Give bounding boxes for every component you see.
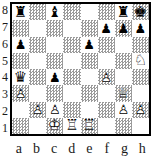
square-c4[interactable]: ♟ [46, 69, 63, 85]
rank-label-2: 2 [0, 103, 10, 120]
white-pawn[interactable]: ♟♙ [98, 69, 115, 85]
square-h8[interactable]: ♚ [132, 4, 149, 20]
square-g6[interactable] [115, 37, 132, 53]
black-pawn[interactable]: ♟ [46, 69, 63, 85]
white-pawn[interactable]: ♟♙ [12, 85, 29, 101]
square-h5[interactable]: ♞♘ [132, 53, 149, 69]
chess-diagram: 87654321 ♜♝♜♚♟♟♟♟♟♞♘♛♟♟♙♟♙♛♕♟♙♟♙♟♙♟♙♚♔♜♖… [0, 0, 154, 162]
square-b2[interactable]: ♟♙ [29, 102, 46, 118]
rank-label-1: 1 [0, 119, 10, 136]
black-pawn[interactable]: ♟ [115, 20, 132, 36]
file-label-d: d [63, 137, 81, 160]
square-h6[interactable] [132, 37, 149, 53]
rank-label-5: 5 [0, 52, 10, 69]
square-b7[interactable] [29, 20, 46, 36]
black-rook[interactable]: ♜ [12, 4, 29, 20]
square-d2[interactable] [63, 102, 80, 118]
file-label-b: b [28, 137, 46, 160]
square-b6[interactable] [29, 37, 46, 53]
black-queen[interactable]: ♛ [12, 69, 29, 85]
square-e3[interactable] [81, 85, 98, 101]
square-f3[interactable] [98, 85, 115, 101]
square-h3[interactable] [132, 85, 149, 101]
square-g8[interactable]: ♜ [115, 4, 132, 20]
white-rook[interactable]: ♜♖ [63, 118, 80, 134]
square-a5[interactable] [12, 53, 29, 69]
black-king[interactable]: ♚ [132, 4, 149, 20]
square-e2[interactable] [81, 102, 98, 118]
square-c5[interactable] [46, 53, 63, 69]
white-rook[interactable]: ♜♖ [81, 118, 98, 134]
square-e7[interactable] [81, 20, 98, 36]
square-c6[interactable] [46, 37, 63, 53]
file-label-g: g [116, 137, 134, 160]
square-d1[interactable]: ♜♖ [63, 118, 80, 134]
square-f5[interactable] [98, 53, 115, 69]
black-pawn[interactable]: ♟ [12, 37, 29, 53]
square-c7[interactable] [46, 20, 63, 36]
square-g1[interactable] [115, 118, 132, 134]
square-d7[interactable] [63, 20, 80, 36]
square-a4[interactable]: ♛ [12, 69, 29, 85]
square-a6[interactable]: ♟ [12, 37, 29, 53]
square-g7[interactable]: ♟ [115, 20, 132, 36]
square-e1[interactable]: ♜♖ [81, 118, 98, 134]
white-king[interactable]: ♚♔ [46, 118, 63, 134]
square-b5[interactable] [29, 53, 46, 69]
black-pawn[interactable]: ♟ [81, 37, 98, 53]
black-bishop[interactable]: ♝ [46, 4, 63, 20]
square-f2[interactable] [98, 102, 115, 118]
rank-label-8: 8 [0, 2, 10, 19]
rank-labels: 87654321 [0, 2, 10, 136]
square-c1[interactable]: ♚♔ [46, 118, 63, 134]
square-a2[interactable] [12, 102, 29, 118]
square-b8[interactable] [29, 4, 46, 20]
file-label-c: c [45, 137, 63, 160]
square-c8[interactable]: ♝ [46, 4, 63, 20]
square-f1[interactable] [98, 118, 115, 134]
rank-label-6: 6 [0, 36, 10, 53]
file-label-f: f [98, 137, 116, 160]
square-e4[interactable] [81, 69, 98, 85]
square-a7[interactable] [12, 20, 29, 36]
square-h7[interactable]: ♟ [132, 20, 149, 36]
square-e5[interactable] [81, 53, 98, 69]
square-c2[interactable]: ♟♙ [46, 102, 63, 118]
white-pawn[interactable]: ♟♙ [132, 102, 149, 118]
rank-label-3: 3 [0, 86, 10, 103]
square-a8[interactable]: ♜ [12, 4, 29, 20]
square-e6[interactable]: ♟ [81, 37, 98, 53]
square-d4[interactable] [63, 69, 80, 85]
square-a3[interactable]: ♟♙ [12, 85, 29, 101]
square-h2[interactable]: ♟♙ [132, 102, 149, 118]
file-label-h: h [133, 137, 151, 160]
square-f6[interactable] [98, 37, 115, 53]
square-a1[interactable] [12, 118, 29, 134]
white-pawn[interactable]: ♟♙ [115, 102, 132, 118]
white-queen[interactable]: ♛♕ [115, 85, 132, 101]
square-d6[interactable] [63, 37, 80, 53]
black-pawn[interactable]: ♟ [98, 20, 115, 36]
square-h1[interactable] [132, 118, 149, 134]
square-b1[interactable] [29, 118, 46, 134]
square-g5[interactable] [115, 53, 132, 69]
square-g3[interactable]: ♛♕ [115, 85, 132, 101]
black-pawn[interactable]: ♟ [132, 20, 149, 36]
black-rook[interactable]: ♜ [115, 4, 132, 20]
file-labels: abcdefgh [10, 137, 151, 160]
square-c3[interactable] [46, 85, 63, 101]
square-g2[interactable]: ♟♙ [115, 102, 132, 118]
square-d5[interactable] [63, 53, 80, 69]
square-f7[interactable]: ♟ [98, 20, 115, 36]
square-d8[interactable] [63, 4, 80, 20]
white-pawn[interactable]: ♟♙ [29, 102, 46, 118]
square-g4[interactable] [115, 69, 132, 85]
file-label-a: a [10, 137, 28, 160]
square-f8[interactable] [98, 4, 115, 20]
square-b3[interactable] [29, 85, 46, 101]
rank-label-4: 4 [0, 69, 10, 86]
file-label-e: e [81, 137, 99, 160]
white-pawn[interactable]: ♟♙ [46, 102, 63, 118]
square-e8[interactable] [81, 4, 98, 20]
square-d3[interactable] [63, 85, 80, 101]
square-h4[interactable] [132, 69, 149, 85]
chess-board: ♜♝♜♚♟♟♟♟♟♞♘♛♟♟♙♟♙♛♕♟♙♟♙♟♙♟♙♚♔♜♖♜♖ [10, 2, 151, 136]
rank-label-7: 7 [0, 19, 10, 36]
white-knight[interactable]: ♞♘ [132, 53, 149, 69]
square-f4[interactable]: ♟♙ [98, 69, 115, 85]
square-b4[interactable] [29, 69, 46, 85]
